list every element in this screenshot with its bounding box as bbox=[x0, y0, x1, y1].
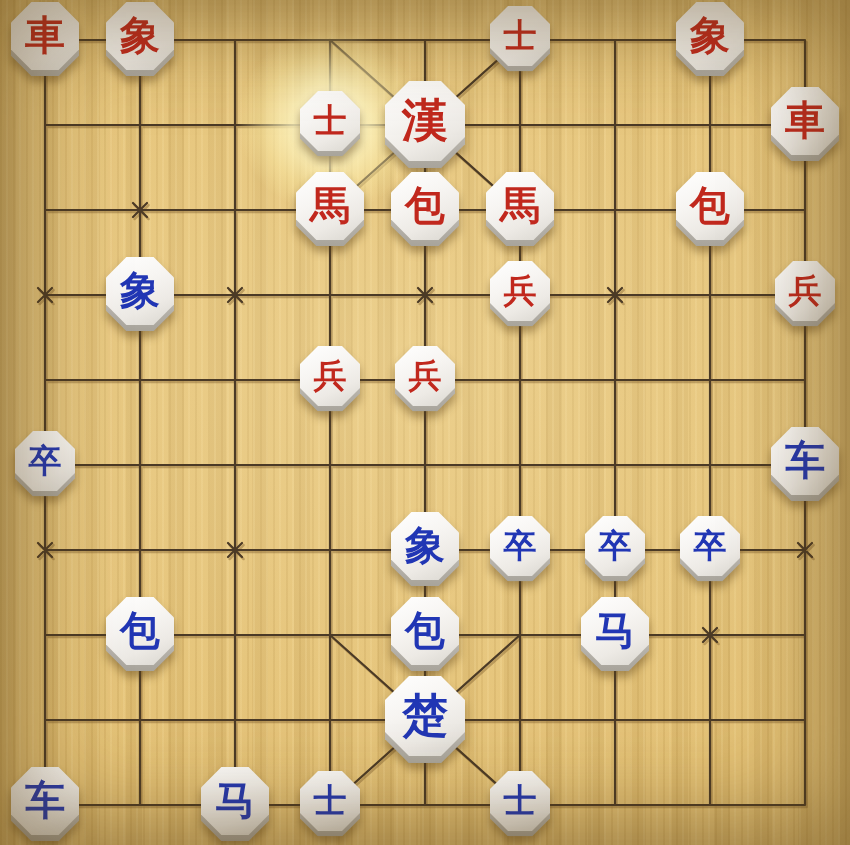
piece-han-king[interactable]: 漢 bbox=[385, 81, 465, 161]
han-cannon-glyph: 包 bbox=[690, 185, 730, 225]
piece-han-cannon[interactable]: 包 bbox=[676, 172, 744, 240]
piece-face: 包 bbox=[676, 172, 744, 240]
piece-face: 卒 bbox=[15, 431, 75, 491]
cho-soldier-glyph: 卒 bbox=[504, 529, 537, 562]
piece-cho-cannon[interactable]: 包 bbox=[106, 597, 174, 665]
han-cannon-glyph: 包 bbox=[405, 185, 445, 225]
piece-face: 士 bbox=[490, 771, 550, 831]
piece-face: 漢 bbox=[385, 81, 465, 161]
piece-face: 車 bbox=[771, 87, 839, 155]
piece-face: 象 bbox=[106, 257, 174, 325]
piece-face: 兵 bbox=[395, 346, 455, 406]
han-horse-glyph: 馬 bbox=[500, 185, 540, 225]
han-horse-glyph: 馬 bbox=[310, 185, 350, 225]
piece-cho-advisor[interactable]: 士 bbox=[490, 771, 550, 831]
piece-face: 兵 bbox=[490, 261, 550, 321]
piece-face: 士 bbox=[300, 91, 360, 151]
piece-han-advisor[interactable]: 士 bbox=[490, 6, 550, 66]
han-soldier-glyph: 兵 bbox=[504, 274, 537, 307]
piece-face: 士 bbox=[300, 771, 360, 831]
cho-advisor-glyph: 士 bbox=[504, 784, 537, 817]
piece-han-chariot[interactable]: 車 bbox=[11, 2, 79, 70]
piece-han-horse[interactable]: 馬 bbox=[486, 172, 554, 240]
han-elephant-glyph: 象 bbox=[690, 15, 730, 55]
cho-chariot-glyph: 车 bbox=[25, 780, 65, 820]
piece-cho-soldier[interactable]: 卒 bbox=[490, 516, 550, 576]
piece-cho-elephant[interactable]: 象 bbox=[106, 257, 174, 325]
piece-han-soldier[interactable]: 兵 bbox=[775, 261, 835, 321]
han-king-glyph: 漢 bbox=[402, 97, 448, 143]
piece-han-horse[interactable]: 馬 bbox=[296, 172, 364, 240]
piece-face: 卒 bbox=[585, 516, 645, 576]
cho-elephant-glyph: 象 bbox=[120, 270, 160, 310]
han-advisor-glyph: 士 bbox=[504, 19, 537, 52]
han-elephant-glyph: 象 bbox=[120, 15, 160, 55]
cho-horse-glyph: 马 bbox=[595, 610, 635, 650]
cho-cannon-glyph: 包 bbox=[405, 610, 445, 650]
piece-han-elephant[interactable]: 象 bbox=[106, 2, 174, 70]
piece-face: 兵 bbox=[775, 261, 835, 321]
piece-han-soldier[interactable]: 兵 bbox=[395, 346, 455, 406]
piece-face: 车 bbox=[11, 767, 79, 835]
piece-face: 士 bbox=[490, 6, 550, 66]
piece-face: 楚 bbox=[385, 676, 465, 756]
piece-face: 包 bbox=[391, 172, 459, 240]
piece-han-soldier[interactable]: 兵 bbox=[490, 261, 550, 321]
piece-cho-advisor[interactable]: 士 bbox=[300, 771, 360, 831]
han-chariot-glyph: 車 bbox=[25, 15, 65, 55]
piece-cho-soldier[interactable]: 卒 bbox=[680, 516, 740, 576]
cho-soldier-glyph: 卒 bbox=[599, 529, 632, 562]
janggi-board[interactable]: 車象士象士漢車馬包馬包象兵兵兵兵卒车象卒卒卒包包马楚车马士士 bbox=[0, 0, 850, 845]
han-soldier-glyph: 兵 bbox=[314, 359, 347, 392]
han-soldier-glyph: 兵 bbox=[409, 359, 442, 392]
piece-face: 车 bbox=[771, 427, 839, 495]
piece-cho-king[interactable]: 楚 bbox=[385, 676, 465, 756]
han-advisor-glyph: 士 bbox=[314, 104, 347, 137]
piece-cho-soldier[interactable]: 卒 bbox=[15, 431, 75, 491]
piece-han-advisor[interactable]: 士 bbox=[300, 91, 360, 151]
piece-face: 象 bbox=[676, 2, 744, 70]
cho-soldier-glyph: 卒 bbox=[694, 529, 727, 562]
cho-cannon-glyph: 包 bbox=[120, 610, 160, 650]
piece-face: 卒 bbox=[680, 516, 740, 576]
piece-han-chariot[interactable]: 車 bbox=[771, 87, 839, 155]
piece-cho-chariot[interactable]: 车 bbox=[771, 427, 839, 495]
cho-horse-glyph: 马 bbox=[215, 780, 255, 820]
piece-face: 包 bbox=[106, 597, 174, 665]
han-chariot-glyph: 車 bbox=[785, 100, 825, 140]
piece-cho-horse[interactable]: 马 bbox=[201, 767, 269, 835]
piece-cho-chariot[interactable]: 车 bbox=[11, 767, 79, 835]
piece-face: 馬 bbox=[486, 172, 554, 240]
cho-soldier-glyph: 卒 bbox=[29, 444, 62, 477]
piece-face: 馬 bbox=[296, 172, 364, 240]
cho-elephant-glyph: 象 bbox=[405, 525, 445, 565]
piece-face: 马 bbox=[201, 767, 269, 835]
piece-face: 包 bbox=[391, 597, 459, 665]
piece-han-elephant[interactable]: 象 bbox=[676, 2, 744, 70]
cho-chariot-glyph: 车 bbox=[785, 440, 825, 480]
piece-face: 卒 bbox=[490, 516, 550, 576]
piece-face: 兵 bbox=[300, 346, 360, 406]
piece-han-soldier[interactable]: 兵 bbox=[300, 346, 360, 406]
piece-han-cannon[interactable]: 包 bbox=[391, 172, 459, 240]
piece-face: 象 bbox=[391, 512, 459, 580]
han-soldier-glyph: 兵 bbox=[789, 274, 822, 307]
piece-cho-cannon[interactable]: 包 bbox=[391, 597, 459, 665]
piece-cho-soldier[interactable]: 卒 bbox=[585, 516, 645, 576]
piece-cho-elephant[interactable]: 象 bbox=[391, 512, 459, 580]
piece-face: 马 bbox=[581, 597, 649, 665]
cho-advisor-glyph: 士 bbox=[314, 784, 347, 817]
piece-cho-horse[interactable]: 马 bbox=[581, 597, 649, 665]
cho-king-glyph: 楚 bbox=[402, 692, 448, 738]
